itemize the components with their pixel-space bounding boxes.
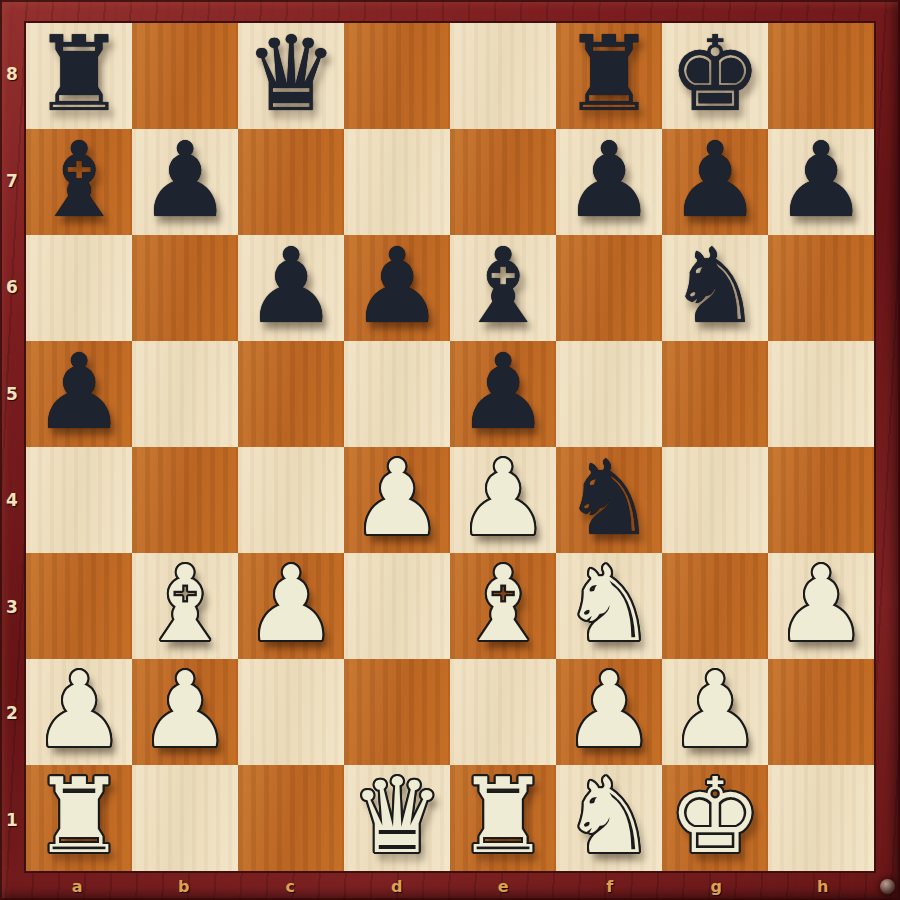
square-e6[interactable]: ♝ bbox=[450, 235, 556, 341]
piece-white-pawn[interactable]: ♟ bbox=[456, 445, 549, 551]
piece-white-pawn[interactable]: ♟ bbox=[138, 657, 231, 763]
piece-black-pawn[interactable]: ♟ bbox=[244, 233, 337, 339]
square-f4[interactable]: ♞ bbox=[556, 447, 662, 553]
rank-label-4: 4 bbox=[0, 447, 24, 554]
piece-black-bishop[interactable]: ♝ bbox=[32, 127, 125, 233]
piece-white-knight[interactable]: ♞ bbox=[562, 763, 655, 869]
square-a5[interactable]: ♟ bbox=[26, 341, 132, 447]
rank-label-8: 8 bbox=[0, 21, 24, 128]
rank-label-5: 5 bbox=[0, 341, 24, 448]
piece-black-pawn[interactable]: ♟ bbox=[32, 339, 125, 445]
square-c8[interactable]: ♛ bbox=[238, 23, 344, 129]
square-h8[interactable] bbox=[768, 23, 874, 129]
piece-black-king[interactable]: ♚ bbox=[668, 21, 761, 127]
piece-white-pawn[interactable]: ♟ bbox=[774, 551, 867, 657]
square-d7[interactable] bbox=[344, 129, 450, 235]
square-h6[interactable] bbox=[768, 235, 874, 341]
piece-white-rook[interactable]: ♜ bbox=[456, 763, 549, 869]
piece-white-pawn[interactable]: ♟ bbox=[350, 445, 443, 551]
piece-white-pawn[interactable]: ♟ bbox=[32, 657, 125, 763]
square-c1[interactable] bbox=[238, 765, 344, 871]
file-label-e: e bbox=[450, 873, 557, 900]
square-b6[interactable] bbox=[132, 235, 238, 341]
square-e2[interactable] bbox=[450, 659, 556, 765]
piece-black-knight[interactable]: ♞ bbox=[562, 445, 655, 551]
square-g8[interactable]: ♚ bbox=[662, 23, 768, 129]
square-f5[interactable] bbox=[556, 341, 662, 447]
square-c6[interactable]: ♟ bbox=[238, 235, 344, 341]
file-label-c: c bbox=[237, 873, 344, 900]
square-e8[interactable] bbox=[450, 23, 556, 129]
square-g5[interactable] bbox=[662, 341, 768, 447]
square-g6[interactable]: ♞ bbox=[662, 235, 768, 341]
square-b7[interactable]: ♟ bbox=[132, 129, 238, 235]
square-h1[interactable] bbox=[768, 765, 874, 871]
square-h5[interactable] bbox=[768, 341, 874, 447]
piece-white-pawn[interactable]: ♟ bbox=[244, 551, 337, 657]
board: ♜♛♜♚♝♟♟♟♟♟♟♝♞♟♟♟♟♞♝♟♝♞♟♟♟♟♟♜♛♜♞♚ bbox=[24, 21, 876, 873]
square-h2[interactable] bbox=[768, 659, 874, 765]
file-label-d: d bbox=[344, 873, 451, 900]
square-e4[interactable]: ♟ bbox=[450, 447, 556, 553]
square-a6[interactable] bbox=[26, 235, 132, 341]
piece-white-pawn[interactable]: ♟ bbox=[562, 657, 655, 763]
square-c5[interactable] bbox=[238, 341, 344, 447]
piece-black-pawn[interactable]: ♟ bbox=[774, 127, 867, 233]
square-c2[interactable] bbox=[238, 659, 344, 765]
square-d5[interactable] bbox=[344, 341, 450, 447]
square-h7[interactable]: ♟ bbox=[768, 129, 874, 235]
rank-label-3: 3 bbox=[0, 554, 24, 661]
square-a3[interactable] bbox=[26, 553, 132, 659]
square-a7[interactable]: ♝ bbox=[26, 129, 132, 235]
piece-white-bishop[interactable]: ♝ bbox=[456, 551, 549, 657]
file-label-f: f bbox=[557, 873, 664, 900]
rank-label-2: 2 bbox=[0, 660, 24, 767]
square-f6[interactable] bbox=[556, 235, 662, 341]
piece-black-pawn[interactable]: ♟ bbox=[138, 127, 231, 233]
board-frame: ♜♛♜♚♝♟♟♟♟♟♟♝♞♟♟♟♟♞♝♟♝♞♟♟♟♟♟♜♛♜♞♚ 8765432… bbox=[0, 0, 900, 900]
rank-label-7: 7 bbox=[0, 128, 24, 235]
piece-black-pawn[interactable]: ♟ bbox=[350, 233, 443, 339]
square-h3[interactable]: ♟ bbox=[768, 553, 874, 659]
file-label-a: a bbox=[24, 873, 131, 900]
piece-white-knight[interactable]: ♞ bbox=[562, 551, 655, 657]
piece-white-bishop[interactable]: ♝ bbox=[138, 551, 231, 657]
square-e7[interactable] bbox=[450, 129, 556, 235]
piece-black-rook[interactable]: ♜ bbox=[32, 21, 125, 127]
piece-white-queen[interactable]: ♛ bbox=[350, 763, 443, 869]
piece-black-pawn[interactable]: ♟ bbox=[456, 339, 549, 445]
square-e1[interactable]: ♜ bbox=[450, 765, 556, 871]
piece-black-queen[interactable]: ♛ bbox=[244, 21, 337, 127]
square-f3[interactable]: ♞ bbox=[556, 553, 662, 659]
square-d1[interactable]: ♛ bbox=[344, 765, 450, 871]
square-b2[interactable]: ♟ bbox=[132, 659, 238, 765]
square-g7[interactable]: ♟ bbox=[662, 129, 768, 235]
rank-label-6: 6 bbox=[0, 234, 24, 341]
square-f1[interactable]: ♞ bbox=[556, 765, 662, 871]
square-g3[interactable] bbox=[662, 553, 768, 659]
frame-screw-icon bbox=[880, 879, 895, 894]
square-e3[interactable]: ♝ bbox=[450, 553, 556, 659]
square-e5[interactable]: ♟ bbox=[450, 341, 556, 447]
piece-white-king[interactable]: ♚ bbox=[668, 763, 761, 869]
square-g4[interactable] bbox=[662, 447, 768, 553]
square-b1[interactable] bbox=[132, 765, 238, 871]
rank-labels: 87654321 bbox=[0, 21, 24, 873]
square-a1[interactable]: ♜ bbox=[26, 765, 132, 871]
piece-black-rook[interactable]: ♜ bbox=[562, 21, 655, 127]
square-g1[interactable]: ♚ bbox=[662, 765, 768, 871]
file-label-h: h bbox=[770, 873, 877, 900]
square-a2[interactable]: ♟ bbox=[26, 659, 132, 765]
square-c4[interactable] bbox=[238, 447, 344, 553]
file-label-g: g bbox=[663, 873, 770, 900]
rank-label-1: 1 bbox=[0, 767, 24, 874]
square-d2[interactable] bbox=[344, 659, 450, 765]
square-a4[interactable] bbox=[26, 447, 132, 553]
piece-black-bishop[interactable]: ♝ bbox=[456, 233, 549, 339]
square-f2[interactable]: ♟ bbox=[556, 659, 662, 765]
piece-white-pawn[interactable]: ♟ bbox=[668, 657, 761, 763]
square-d4[interactable]: ♟ bbox=[344, 447, 450, 553]
square-d8[interactable] bbox=[344, 23, 450, 129]
square-g2[interactable]: ♟ bbox=[662, 659, 768, 765]
file-label-b: b bbox=[131, 873, 238, 900]
square-h4[interactable] bbox=[768, 447, 874, 553]
square-d6[interactable]: ♟ bbox=[344, 235, 450, 341]
piece-white-rook[interactable]: ♜ bbox=[32, 763, 125, 869]
square-f7[interactable]: ♟ bbox=[556, 129, 662, 235]
piece-black-pawn[interactable]: ♟ bbox=[668, 127, 761, 233]
square-b4[interactable] bbox=[132, 447, 238, 553]
square-b3[interactable]: ♝ bbox=[132, 553, 238, 659]
piece-black-pawn[interactable]: ♟ bbox=[562, 127, 655, 233]
square-b8[interactable] bbox=[132, 23, 238, 129]
square-c3[interactable]: ♟ bbox=[238, 553, 344, 659]
square-f8[interactable]: ♜ bbox=[556, 23, 662, 129]
square-d3[interactable] bbox=[344, 553, 450, 659]
file-labels: abcdefgh bbox=[24, 873, 876, 900]
square-a8[interactable]: ♜ bbox=[26, 23, 132, 129]
square-b5[interactable] bbox=[132, 341, 238, 447]
square-c7[interactable] bbox=[238, 129, 344, 235]
piece-black-knight[interactable]: ♞ bbox=[668, 233, 761, 339]
